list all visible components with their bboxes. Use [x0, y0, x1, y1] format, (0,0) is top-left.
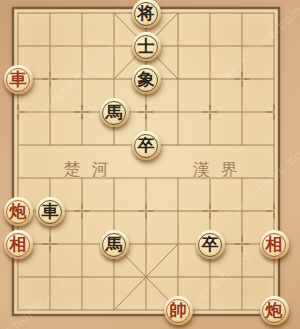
- piece-glyph: 馬: [106, 236, 123, 253]
- piece-grid: 将士象車馬卒炮車相馬卒相帥炮: [2, 0, 290, 327]
- piece-black-horse-1[interactable]: 馬: [100, 98, 129, 127]
- piece-red-general[interactable]: 帥: [164, 296, 193, 325]
- piece-black-chariot[interactable]: 車: [36, 197, 65, 226]
- piece-glyph: 馬: [106, 104, 123, 121]
- piece-red-chariot[interactable]: 車: [4, 65, 33, 94]
- piece-red-elephant-2[interactable]: 相: [260, 230, 289, 259]
- piece-glyph: 象: [138, 71, 155, 88]
- piece-glyph: 車: [42, 203, 59, 220]
- piece-black-advisor[interactable]: 士: [132, 32, 161, 61]
- piece-red-elephant-1[interactable]: 相: [4, 230, 33, 259]
- piece-glyph: 車: [10, 71, 27, 88]
- piece-glyph: 卒: [202, 236, 219, 253]
- piece-red-cannon-2[interactable]: 炮: [260, 296, 289, 325]
- piece-glyph: 炮: [266, 302, 283, 319]
- piece-black-soldier-2[interactable]: 卒: [196, 230, 225, 259]
- piece-black-horse-2[interactable]: 馬: [100, 230, 129, 259]
- xiangqi-board-screen: 楚河 漢界 将士象車馬卒炮車相馬卒相帥炮 ak-khome.com ak-kho…: [0, 0, 300, 329]
- piece-glyph: 炮: [10, 203, 27, 220]
- piece-glyph: 将: [138, 5, 155, 22]
- piece-black-soldier-1[interactable]: 卒: [132, 131, 161, 160]
- piece-glyph: 士: [138, 38, 155, 55]
- piece-red-cannon-1[interactable]: 炮: [4, 197, 33, 226]
- piece-glyph: 相: [266, 236, 283, 253]
- piece-glyph: 帥: [170, 302, 187, 319]
- piece-black-elephant[interactable]: 象: [132, 65, 161, 94]
- piece-glyph: 卒: [138, 137, 155, 154]
- piece-black-general[interactable]: 将: [132, 0, 161, 28]
- piece-glyph: 相: [10, 236, 27, 253]
